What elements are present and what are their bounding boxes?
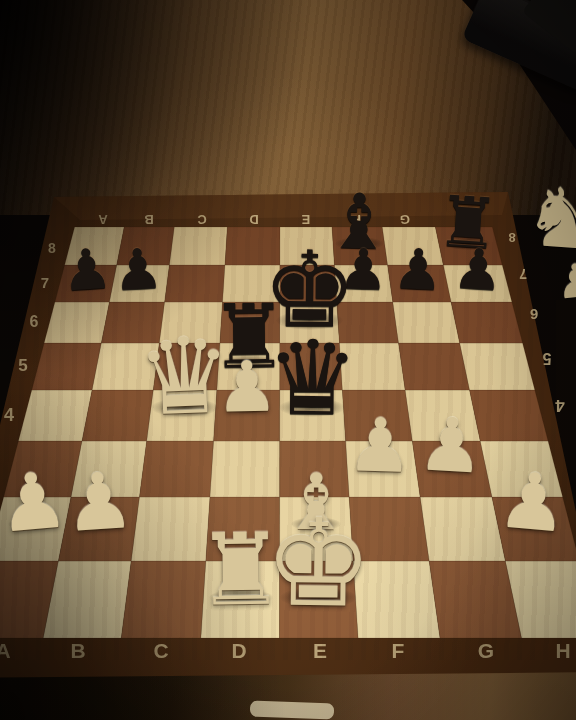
piece-white-pawn-h2[interactable]: ♟	[491, 460, 575, 544]
piece-white-pawn-d4[interactable]: ♟	[212, 352, 283, 423]
piece-white-king-e1[interactable]: ♚	[257, 502, 379, 624]
piece-white-pawn-g3[interactable]: ♟	[412, 406, 490, 484]
piece-black-pawn-g7[interactable]: ♟	[388, 241, 446, 299]
piece-black-pawn-b7[interactable]: ♟	[108, 241, 167, 300]
board-scene: ABCDEFGHABCDEFGH8765487654 ♝♜♟♟♟♟♟♚♜♛♛♟♟…	[0, 0, 576, 720]
piece-black-pawn-h7[interactable]: ♟	[448, 241, 508, 301]
pieces-layer: ♝♜♟♟♟♟♟♚♜♛♛♟♟♟♟♟♝♟♜♚	[0, 0, 576, 720]
piece-white-pawn-b2[interactable]: ♟	[57, 461, 140, 544]
